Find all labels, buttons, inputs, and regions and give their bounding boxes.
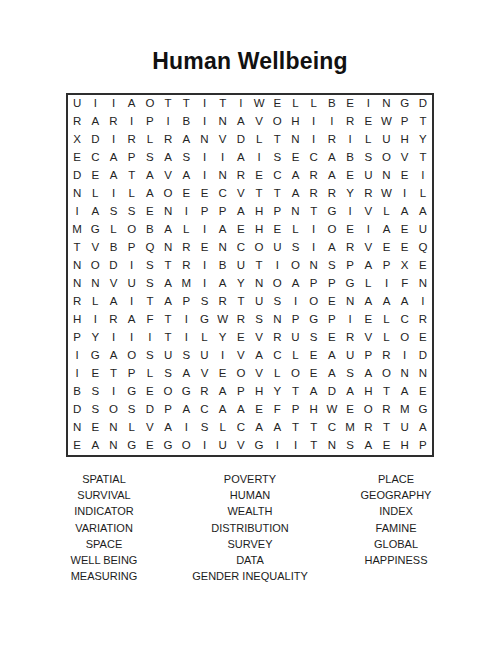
grid-cell: H [250,221,268,239]
grid-cell: T [177,95,195,113]
grid-cell: I [214,149,232,167]
grid-cell: P [323,311,341,329]
grid-cell: O [359,401,377,419]
grid-cell: L [377,329,395,347]
grid-cell: N [159,239,177,257]
grid-cell: N [268,311,286,329]
grid-cell: E [232,329,250,347]
grid-cell: A [323,365,341,383]
grid-cell: A [104,293,122,311]
grid-cell: R [268,329,286,347]
grid-cell: O [323,221,341,239]
grid-cell: N [68,419,86,437]
grid-cell: O [250,239,268,257]
grid-cell: L [286,221,304,239]
grid-cell: I [268,257,286,275]
grid-cell: Y [341,185,359,203]
grid-cell: L [141,365,159,383]
grid-cell: U [414,221,432,239]
grid-cell: I [268,437,286,455]
grid-cell: E [396,167,414,185]
grid-cell: F [396,275,414,293]
grid-cell: F [268,401,286,419]
grid-cell: R [305,185,323,203]
word-list-item: WELL BEING [31,552,177,568]
grid-cell: R [414,311,432,329]
grid-cell: A [104,149,122,167]
grid-cell: U [250,293,268,311]
grid-cell: T [141,293,159,311]
grid-cell: H [396,131,414,149]
grid-cell: A [359,437,377,455]
grid-cell: R [305,167,323,185]
grid-cell: P [123,149,141,167]
grid-cell: I [396,347,414,365]
grid-cell: T [123,167,141,185]
grid-cell: R [68,113,86,131]
grid-cell: N [68,275,86,293]
grid-cell: I [123,329,141,347]
grid-cell: T [250,185,268,203]
grid-cell: E [414,383,432,401]
grid-cell: T [305,419,323,437]
grid-cell: E [86,419,104,437]
grid-cell: A [159,293,177,311]
grid-cell: T [305,203,323,221]
grid-cell: S [359,149,377,167]
grid-cell: E [232,221,250,239]
grid-cell: V [86,239,104,257]
grid-cell: O [141,95,159,113]
grid-cell: R [177,257,195,275]
grid-cell: W [323,401,341,419]
grid-cell: V [159,167,177,185]
grid-cell: V [104,275,122,293]
grid-cell: S [141,275,159,293]
grid-cell: I [195,149,213,167]
grid-cell: E [377,437,395,455]
grid-cell: D [141,401,159,419]
word-list-item: DISTRIBUTION [177,520,323,536]
grid-cell: N [377,167,395,185]
grid-cell: G [123,437,141,455]
grid-cell: I [286,437,304,455]
grid-cell: D [104,257,122,275]
grid-cell: I [177,311,195,329]
grid-cell: T [377,383,395,401]
grid-cell: W [377,113,395,131]
grid-cell: U [232,257,250,275]
grid-cell: O [377,365,395,383]
grid-cell: C [268,167,286,185]
grid-cell: N [286,131,304,149]
grid-cell: O [159,185,177,203]
grid-cell: S [268,293,286,311]
grid-cell: A [177,401,195,419]
grid-cell: L [141,131,159,149]
grid-cell: S [341,365,359,383]
grid-cell: H [305,401,323,419]
grid-cell: P [268,203,286,221]
grid-cell: D [86,131,104,149]
grid-cell: T [414,113,432,131]
grid-cell: F [141,311,159,329]
grid-cell: I [104,329,122,347]
grid-cell: A [104,347,122,365]
grid-cell: W [377,185,395,203]
grid-cell: L [214,419,232,437]
grid-cell: R [177,239,195,257]
grid-cell: V [359,203,377,221]
grid-cell: I [177,419,195,437]
grid-cell: S [250,311,268,329]
grid-cell: O [286,257,304,275]
grid-cell: I [414,167,432,185]
grid-cell: Y [86,329,104,347]
grid-cell: D [414,347,432,365]
grid-cell: X [68,131,86,149]
grid-cell: A [141,167,159,185]
grid-cell: U [268,239,286,257]
grid-cell: N [104,437,122,455]
grid-cell: U [195,347,213,365]
grid-cell: P [141,113,159,131]
grid-cell: A [323,347,341,365]
grid-cell: H [68,311,86,329]
grid-cell: I [195,113,213,131]
grid-cell: R [68,293,86,311]
grid-cell: H [359,383,377,401]
grid-cell: G [341,275,359,293]
grid-cell: R [159,131,177,149]
grid-cell: P [414,437,432,455]
grid-cell: B [214,257,232,275]
grid-cell: N [250,275,268,293]
grid-cell: O [305,293,323,311]
word-list-item: SURVEY [177,536,323,552]
grid-cell: L [86,185,104,203]
grid-cell: E [250,401,268,419]
grid-cell: I [414,293,432,311]
grid-cell: O [123,347,141,365]
grid-cell: N [104,419,122,437]
word-list-item: GENDER INEQUALITY [177,568,323,584]
grid-cell: P [177,293,195,311]
grid-cell: T [414,149,432,167]
grid-cell: A [123,95,141,113]
word-list-item: DATA [177,552,323,568]
grid-cell: I [68,347,86,365]
grid-cell: B [68,383,86,401]
grid-cell: A [214,401,232,419]
grid-cell: X [396,257,414,275]
grid-cell: S [195,293,213,311]
grid-cell: R [341,239,359,257]
grid-cell: A [177,365,195,383]
grid-cell: O [177,437,195,455]
grid-cell: N [305,257,323,275]
grid-cell: I [68,203,86,221]
grid-cell: O [286,365,304,383]
grid-cell: I [104,383,122,401]
grid-cell: T [104,365,122,383]
grid-cell: R [341,329,359,347]
grid-cell: U [68,95,86,113]
grid-cell: P [305,275,323,293]
grid-cell: A [396,383,414,401]
word-list-item: PLACE [323,471,469,487]
grid-cell: U [341,347,359,365]
grid-cell: A [286,185,304,203]
grid-cell: I [159,113,177,131]
grid-cell: O [268,113,286,131]
grid-cell: I [286,293,304,311]
grid-cell: E [341,221,359,239]
grid-cell: A [159,221,177,239]
grid-cell: S [123,203,141,221]
grid-cell: G [323,203,341,221]
grid-cell: A [396,203,414,221]
grid-cell: I [86,95,104,113]
grid-cell: E [414,329,432,347]
grid-cell: I [123,257,141,275]
grid-cell: G [305,311,323,329]
grid-cell: R [214,293,232,311]
grid-cell: T [159,257,177,275]
grid-cell: A [159,419,177,437]
grid-cell: E [86,365,104,383]
grid-cell: A [86,203,104,221]
grid-cell: A [232,401,250,419]
grid-cell: I [195,221,213,239]
grid-cell: R [323,131,341,149]
grid-cell: R [104,113,122,131]
grid-cell: A [414,419,432,437]
grid-cell: T [159,95,177,113]
grid-cell: L [359,131,377,149]
grid-cell: U [214,437,232,455]
grid-cell: O [396,329,414,347]
grid-cell: S [141,347,159,365]
page-title: Human Wellbeing [0,48,500,75]
grid-cell: L [123,185,141,203]
word-list-item: GEOGRAPHY [323,487,469,503]
grid-cell: E [377,239,395,257]
grid-cell: S [268,149,286,167]
grid-cell: E [177,185,195,203]
grid-cell: G [396,95,414,113]
grid-cell: T [68,239,86,257]
grid-cell: S [86,383,104,401]
grid-cell: A [359,293,377,311]
grid-cell: N [214,239,232,257]
grid-cell: I [323,113,341,131]
grid-cell: A [159,149,177,167]
grid-cell: A [159,275,177,293]
grid-cell: I [177,329,195,347]
grid-cell: C [323,419,341,437]
grid-cell: B [323,95,341,113]
grid-cell: B [141,221,159,239]
grid-cell: S [86,401,104,419]
grid-cell: T [214,95,232,113]
grid-cell: C [396,311,414,329]
grid-cell: A [177,167,195,185]
grid-cell: I [359,95,377,113]
grid-cell: I [86,311,104,329]
grid-cell: A [359,257,377,275]
grid-cell: S [305,329,323,347]
grid-cell: L [268,365,286,383]
grid-cell: L [177,221,195,239]
grid-cell: V [232,347,250,365]
grid-cell: U [159,347,177,365]
grid-cell: E [341,401,359,419]
grid-cell: A [86,437,104,455]
grid-cell: P [68,329,86,347]
grid-cell: O [232,365,250,383]
grid-cell: L [377,311,395,329]
grid-cell: G [86,221,104,239]
grid-cell: C [232,239,250,257]
grid-cell: H [250,383,268,401]
grid-cell: T [159,311,177,329]
grid-cell: T [286,419,304,437]
grid-cell: W [250,95,268,113]
grid-cell: T [268,185,286,203]
grid-cell: I [195,437,213,455]
grid-cell: E [86,167,104,185]
grid-cell: A [250,419,268,437]
grid-cell: T [305,437,323,455]
puzzle-page: Human Wellbeing UIIAOTTITIWELLBEINGDRARI… [0,0,500,647]
grid-cell: P [159,401,177,419]
grid-cell: S [159,365,177,383]
grid-cell: H [396,437,414,455]
grid-cell: V [359,329,377,347]
grid-cell: P [286,311,304,329]
word-list-column-1: SPATIALSURVIVALINDICATORVARIATIONSPACEWE… [31,471,177,584]
grid-cell: E [323,329,341,347]
grid-cell: B [104,239,122,257]
grid-cell: B [177,113,195,131]
grid-cell: A [377,293,395,311]
grid-cell: E [195,239,213,257]
grid-cell: V [141,419,159,437]
grid-cell: I [195,95,213,113]
grid-cell: V [250,365,268,383]
grid-cell: N [86,275,104,293]
grid-cell: E [305,365,323,383]
grid-cell: Q [414,239,432,257]
grid-cell: O [123,221,141,239]
grid-cell: S [323,257,341,275]
grid-cell: N [195,131,213,149]
grid-cell: S [286,239,304,257]
grid-cell: L [359,275,377,293]
grid-cell: Y [414,131,432,149]
grid-cell: E [141,437,159,455]
grid-cell: B [341,149,359,167]
grid-cell: O [377,149,395,167]
grid-cell: I [341,203,359,221]
grid-cell: I [377,275,395,293]
grid-cell: C [232,419,250,437]
grid-cell: A [86,113,104,131]
grid-cell: A [232,149,250,167]
grid-cell: L [414,185,432,203]
grid-cell: L [305,95,323,113]
grid-cell: A [268,419,286,437]
grid-cell: V [214,131,232,149]
grid-cell: R [123,131,141,149]
grid-cell: L [377,203,395,221]
grid-cell: T [286,383,304,401]
grid-cell: P [232,383,250,401]
word-list-item: INDEX [323,503,469,519]
grid-cell: Y [268,383,286,401]
grid-cell: E [268,95,286,113]
grid-cell: N [377,95,395,113]
grid-cell: O [159,383,177,401]
grid-cell: D [68,401,86,419]
word-list: SPATIALSURVIVALINDICATORVARIATIONSPACEWE… [31,471,469,584]
grid-cell: S [177,347,195,365]
word-list-item: SURVIVAL [31,487,177,503]
grid-cell: I [104,95,122,113]
word-list-item: POVERTY [177,471,323,487]
grid-cell: A [323,149,341,167]
grid-cell: I [305,221,323,239]
grid-cell: I [341,311,359,329]
grid-cell: O [104,401,122,419]
grid-cell: A [214,383,232,401]
grid-cell: E [268,221,286,239]
grid-cell: N [214,113,232,131]
grid-cell: T [377,419,395,437]
grid-cell: E [414,257,432,275]
grid-cell: E [341,95,359,113]
grid-cell: E [68,149,86,167]
word-list-item: HAPPINESS [323,552,469,568]
grid-cell: E [323,293,341,311]
grid-cell: I [195,257,213,275]
grid-cell: U [396,419,414,437]
grid-cell: E [341,167,359,185]
grid-cell: P [341,257,359,275]
grid-cell: T [250,257,268,275]
grid-cell: A [232,113,250,131]
grid-cell: P [214,203,232,221]
grid-cell: D [414,95,432,113]
grid-cell: I [250,149,268,167]
grid-cell: O [268,275,286,293]
grid-cell: A [305,383,323,401]
grid-cell: I [104,185,122,203]
grid-cell: P [195,203,213,221]
grid-cell: C [195,401,213,419]
grid-cell: G [86,347,104,365]
grid-cell: E [396,239,414,257]
grid-cell: U [286,329,304,347]
grid-cell: T [159,329,177,347]
grid-cell: A [177,131,195,149]
grid-cell: V [250,113,268,131]
grid-cell: D [323,383,341,401]
grid-cell: V [232,437,250,455]
word-list-item: INDICATOR [31,503,177,519]
grid-cell: N [214,167,232,185]
